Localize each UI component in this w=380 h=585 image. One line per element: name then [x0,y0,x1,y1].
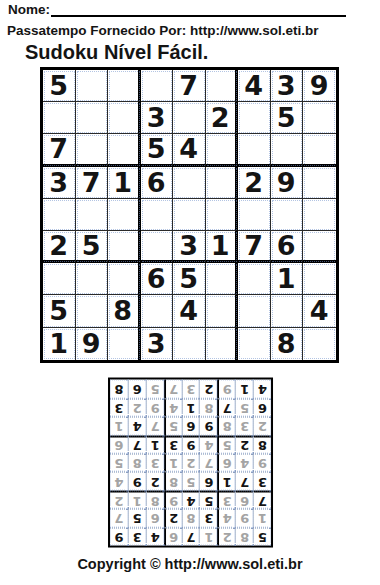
solution-cell-r2c3: 4 [217,509,235,527]
solution-cell-r8c2: 5 [235,398,253,416]
solution-cell-r1c1: 5 [253,527,271,545]
puzzle-cell-r8c9[interactable]: 4 [303,295,336,327]
puzzle-cell-r7c4[interactable]: 6 [141,263,174,295]
puzzle-cell-r8c4[interactable] [141,295,174,327]
solution-cell-r7c7: 7 [146,417,164,435]
puzzle-cell-r7c3[interactable] [108,263,141,295]
puzzle-cell-r9c7[interactable] [238,328,271,360]
solution-cell-r9c1: 4 [253,380,271,398]
solution-cell-r4c5: 5 [182,472,200,490]
puzzle-cell-r9c2[interactable]: 9 [76,328,109,360]
solution-cell-r4c9: 4 [110,472,128,490]
puzzle-cell-r7c6[interactable] [206,263,239,295]
puzzle-cell-r3c5[interactable]: 4 [173,134,206,166]
solution-cell-r7c2: 3 [235,417,253,435]
solution-cell-r9c7: 5 [146,380,164,398]
puzzle-cell-r2c4[interactable]: 3 [141,102,174,134]
puzzle-cell-r1c2[interactable] [76,70,109,102]
puzzle-cell-r5c5[interactable] [173,199,206,231]
puzzle-cell-r9c9[interactable] [303,328,336,360]
puzzle-cell-r6c7[interactable]: 7 [238,231,271,263]
puzzle-cell-r5c4[interactable] [141,199,174,231]
puzzle-cell-r2c6[interactable]: 2 [206,102,239,134]
provider-line: Passatempo Fornecido Por: http://www.sol… [7,23,319,38]
solution-cell-r6c7: 1 [146,435,164,453]
solution-cell-r7c3: 8 [217,417,235,435]
puzzle-cell-r5c6[interactable] [206,199,239,231]
solution-cell-r5c9: 5 [110,454,128,472]
puzzle-cell-r2c8[interactable]: 5 [271,102,304,134]
solution-cell-r3c8: 1 [128,490,146,508]
solution-cell-r2c6: 2 [164,509,182,527]
solution-cell-r3c7: 8 [146,490,164,508]
puzzle-cell-r4c5[interactable] [173,167,206,199]
puzzle-cell-r6c3[interactable] [108,231,141,263]
solution-cell-r6c8: 7 [128,435,146,453]
puzzle-cell-r8c5[interactable]: 4 [173,295,206,327]
puzzle-cell-r3c4[interactable]: 5 [141,134,174,166]
solution-cell-r1c8: 3 [128,527,146,545]
solution-cell-r2c9: 7 [110,509,128,527]
puzzle-cell-r3c9[interactable] [303,134,336,166]
solution-cell-r4c8: 9 [128,472,146,490]
puzzle-cell-r9c5[interactable] [173,328,206,360]
puzzle-cell-r1c4[interactable] [141,70,174,102]
puzzle-cell-r2c7[interactable] [238,102,271,134]
puzzle-cell-r6c6[interactable]: 1 [206,231,239,263]
puzzle-cell-r4c4[interactable]: 6 [141,167,174,199]
puzzle-cell-r2c5[interactable] [173,102,206,134]
solution-cell-r5c2: 4 [235,454,253,472]
puzzle-cell-r6c5[interactable]: 3 [173,231,206,263]
solution-cell-r6c1: 8 [253,435,271,453]
solution-cell-r6c4: 4 [199,435,217,453]
solution-cell-r1c4: 1 [199,527,217,545]
solution-cell-r8c4: 8 [199,398,217,416]
puzzle-cell-r4c1[interactable]: 3 [43,167,76,199]
puzzle-cell-r5c3[interactable] [108,199,141,231]
puzzle-cell-r8c1[interactable]: 5 [43,295,76,327]
puzzle-cell-r3c1[interactable]: 7 [43,134,76,166]
puzzle-cell-r2c9[interactable] [303,102,336,134]
solution-cell-r9c4: 2 [199,380,217,398]
solution-cell-r9c3: 9 [217,380,235,398]
name-row: Nome: [8,2,346,17]
solution-cell-r1c3: 2 [217,527,235,545]
puzzle-cell-r7c2[interactable] [76,263,109,295]
solution-cell-r4c3: 1 [217,472,235,490]
puzzle-cell-r3c2[interactable] [76,134,109,166]
puzzle-cell-r3c7[interactable] [238,134,271,166]
solution-cell-r9c9: 8 [110,380,128,398]
solution-cell-r6c9: 6 [110,435,128,453]
puzzle-cell-r6c1[interactable]: 2 [43,231,76,263]
solution-cell-r7c9: 1 [110,417,128,435]
puzzle-cell-r3c3[interactable] [108,134,141,166]
puzzle-cell-r4c2[interactable]: 7 [76,167,109,199]
solution-cell-r5c3: 6 [217,454,235,472]
solution-cell-r7c6: 5 [164,417,182,435]
solution-cell-r2c4: 3 [199,509,217,527]
puzzle-cell-r7c9[interactable] [303,263,336,295]
puzzle-cell-r7c7[interactable] [238,263,271,295]
puzzle-cell-r5c9[interactable] [303,199,336,231]
solution-cell-r3c9: 2 [110,490,128,508]
solution-cell-r4c4: 6 [199,472,217,490]
solution-cell-r3c2: 6 [235,490,253,508]
puzzle-cell-r8c6[interactable] [206,295,239,327]
solution-cell-r5c8: 8 [128,454,146,472]
solution-cell-r7c5: 6 [182,417,200,435]
solution-cell-r8c1: 6 [253,398,271,416]
puzzle-cell-r9c4[interactable]: 3 [141,328,174,360]
solution-cell-r8c9: 3 [110,398,128,416]
puzzle-cell-r9c6[interactable] [206,328,239,360]
solution-cell-r8c3: 7 [217,398,235,416]
solution-cell-r6c5: 9 [182,435,200,453]
puzzle-cell-r6c8[interactable]: 6 [271,231,304,263]
solution-cell-r4c7: 2 [146,472,164,490]
puzzle-cell-r8c3[interactable]: 8 [108,295,141,327]
puzzle-cell-r6c4[interactable] [141,231,174,263]
puzzle-cell-r6c9[interactable] [303,231,336,263]
puzzle-cell-r1c5[interactable]: 7 [173,70,206,102]
solution-cell-r9c6: 7 [164,380,182,398]
solution-cell-r8c6: 4 [164,398,182,416]
sudoku-puzzle-grid[interactable]: 5743932575437162925317665158441938 [40,67,339,363]
puzzle-cell-r4c7[interactable]: 2 [238,167,271,199]
worksheet-page: Nome: Passatempo Fornecido Por: http://w… [0,0,380,585]
solution-cell-r5c6: 1 [164,454,182,472]
solution-cell-r4c6: 8 [164,472,182,490]
puzzle-cell-r1c6[interactable] [206,70,239,102]
solution-cell-r9c2: 1 [235,380,253,398]
puzzle-cell-r2c2[interactable] [76,102,109,134]
puzzle-cell-r1c7[interactable]: 4 [238,70,271,102]
puzzle-cell-r2c1[interactable] [43,102,76,134]
solution-cell-r8c5: 1 [182,398,200,416]
puzzle-cell-r7c8[interactable]: 1 [271,263,304,295]
puzzle-cell-r1c3[interactable] [108,70,141,102]
name-label: Nome: [8,2,50,17]
solution-cell-r9c8: 6 [128,380,146,398]
puzzle-cell-r6c2[interactable]: 5 [76,231,109,263]
solution-cell-r1c7: 4 [146,527,164,545]
solution-cell-r6c2: 2 [235,435,253,453]
solution-cell-r5c4: 7 [199,454,217,472]
puzzle-cell-r4c8[interactable]: 9 [271,167,304,199]
puzzle-cell-r7c5[interactable]: 5 [173,263,206,295]
solution-cell-r3c3: 3 [217,490,235,508]
solution-cell-r4c2: 7 [235,472,253,490]
puzzle-cell-r4c3[interactable]: 1 [108,167,141,199]
puzzle-cell-r3c6[interactable] [206,134,239,166]
puzzle-cell-r8c7[interactable] [238,295,271,327]
puzzle-cell-r1c1[interactable]: 5 [43,70,76,102]
puzzle-cell-r5c7[interactable] [238,199,271,231]
solution-cell-r7c8: 4 [128,417,146,435]
solution-cell-r1c6: 6 [164,527,182,545]
puzzle-cell-r5c8[interactable] [271,199,304,231]
solution-cell-r1c2: 8 [235,527,253,545]
solution-cell-r2c7: 6 [146,509,164,527]
puzzle-cell-r8c2[interactable] [76,295,109,327]
solution-cell-r1c5: 7 [182,527,200,545]
solution-cell-r1c9: 9 [110,527,128,545]
solution-cell-r3c5: 4 [182,490,200,508]
puzzle-cell-r7c1[interactable] [43,263,76,295]
solution-cell-r3c6: 9 [164,490,182,508]
solution-cell-r5c1: 9 [253,454,271,472]
name-fill-line[interactable] [51,2,346,17]
solution-cell-r5c5: 2 [182,454,200,472]
solution-cell-r7c1: 2 [253,417,271,435]
solution-cell-r3c1: 7 [253,490,271,508]
puzzle-cell-r5c2[interactable] [76,199,109,231]
puzzle-cell-r2c3[interactable] [108,102,141,134]
solution-cell-r8c7: 9 [146,398,164,416]
puzzle-cell-r8c8[interactable] [271,295,304,327]
puzzle-cell-r9c3[interactable] [108,328,141,360]
solution-cell-r3c4: 5 [199,490,217,508]
puzzle-cell-r9c1[interactable]: 1 [43,328,76,360]
solution-cell-r2c1: 1 [253,509,271,527]
solution-cell-r4c1: 3 [253,472,271,490]
puzzle-cell-r4c9[interactable] [303,167,336,199]
solution-cell-r2c2: 9 [235,509,253,527]
solution-cell-r7c4: 9 [199,417,217,435]
puzzle-cell-r4c6[interactable] [206,167,239,199]
puzzle-cell-r1c8[interactable]: 3 [271,70,304,102]
puzzle-cell-r1c9[interactable]: 9 [303,70,336,102]
puzzle-cell-r9c8[interactable]: 8 [271,328,304,360]
solution-cell-r9c5: 3 [182,380,200,398]
puzzle-cell-r5c1[interactable] [43,199,76,231]
solution-cell-r8c8: 2 [128,398,146,416]
solution-cell-r6c6: 3 [164,435,182,453]
solution-cell-r5c7: 3 [146,454,164,472]
solution-cell-r6c3: 5 [217,435,235,453]
puzzle-cell-r3c8[interactable] [271,134,304,166]
solution-cell-r2c8: 5 [128,509,146,527]
sudoku-solution-grid-rotated: 5821764391943826577635498123716582949467… [108,378,273,548]
copyright: Copyright © http://www.sol.eti.br [0,556,380,572]
puzzle-title: Sudoku Nível Fácil. [25,41,208,64]
solution-cell-r2c5: 8 [182,509,200,527]
